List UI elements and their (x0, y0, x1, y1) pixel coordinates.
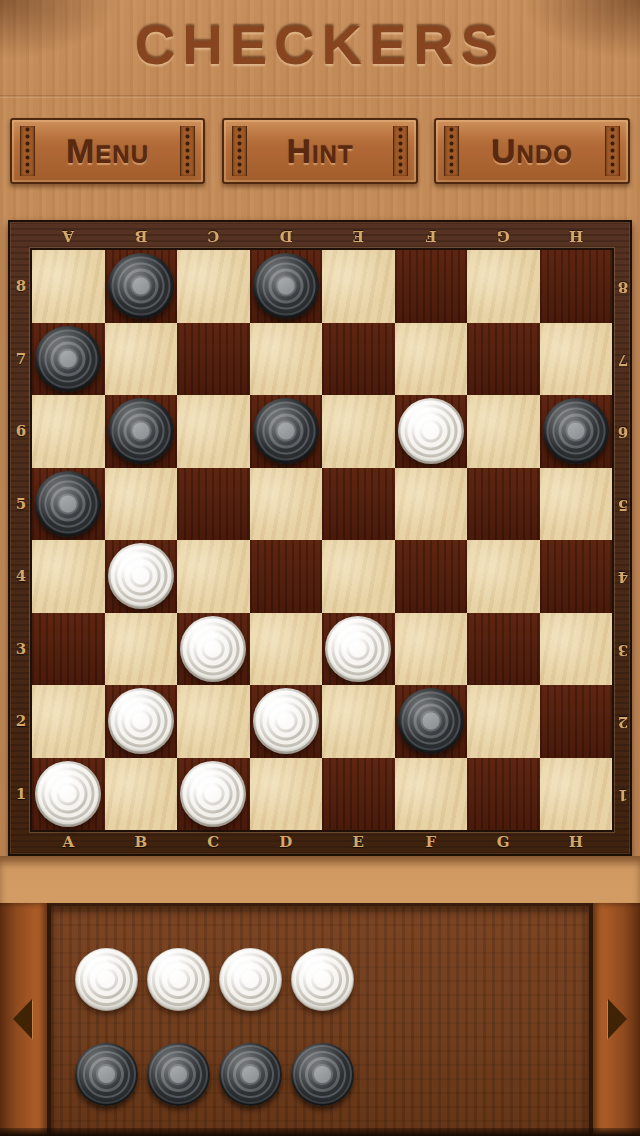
board-grid (30, 248, 614, 832)
square-g2[interactable] (467, 685, 540, 758)
captured-black-piece (147, 1043, 210, 1106)
next-arrow-icon[interactable] (608, 999, 627, 1039)
square-c4[interactable] (177, 540, 250, 613)
shelf-strip (0, 856, 640, 903)
hint-button[interactable]: Hint (222, 118, 418, 184)
checkers-app: CHECKERS Menu Hint Undo AABBCCDDEEFFGGHH… (0, 0, 640, 1136)
square-h5[interactable] (540, 468, 613, 541)
square-b4[interactable] (105, 540, 178, 613)
prev-arrow-icon[interactable] (13, 999, 32, 1039)
rank-label-left-7: 7 (10, 323, 32, 396)
file-label-top-b: B (105, 223, 178, 249)
captured-white-piece (147, 948, 210, 1011)
button-ornament-strip (20, 126, 35, 176)
rank-label-left-6: 6 (10, 395, 32, 468)
square-e6[interactable] (322, 395, 395, 468)
button-ornament-strip (605, 126, 620, 176)
file-label-bottom-c: C (177, 829, 250, 855)
black-man-f2[interactable] (398, 688, 464, 754)
square-f4[interactable] (395, 540, 468, 613)
menu-button[interactable]: Menu (10, 118, 205, 184)
header-divider (0, 95, 640, 98)
undo-button-label: Undo (491, 134, 573, 168)
undo-button[interactable]: Undo (434, 118, 630, 184)
file-label-bottom-f: F (395, 829, 468, 855)
file-label-top-c: C (177, 223, 250, 249)
button-ornament-strip (180, 126, 195, 176)
square-d8[interactable] (250, 250, 323, 323)
rank-label-left-4: 4 (10, 540, 32, 613)
black-man-a7[interactable] (35, 326, 101, 392)
tray-panel (47, 903, 593, 1136)
square-f5[interactable] (395, 468, 468, 541)
file-label-top-d: D (250, 223, 323, 249)
rank-label-left-5: 5 (10, 468, 32, 541)
square-e7[interactable] (322, 323, 395, 396)
black-man-b8[interactable] (108, 253, 174, 319)
square-f6[interactable] (395, 395, 468, 468)
white-man-a1[interactable] (35, 761, 101, 827)
rank-label-right-6: 6 (612, 395, 634, 468)
square-f8[interactable] (395, 250, 468, 323)
rank-label-left-3: 3 (10, 613, 32, 686)
square-h4[interactable] (540, 540, 613, 613)
square-c3[interactable] (177, 613, 250, 686)
square-b8[interactable] (105, 250, 178, 323)
captured-black-piece (75, 1043, 138, 1106)
black-man-b6[interactable] (108, 398, 174, 464)
square-a3[interactable] (32, 613, 105, 686)
square-b5[interactable] (105, 468, 178, 541)
white-man-b2[interactable] (108, 688, 174, 754)
square-a8[interactable] (32, 250, 105, 323)
square-d7[interactable] (250, 323, 323, 396)
square-e5[interactable] (322, 468, 395, 541)
black-man-a5[interactable] (35, 471, 101, 537)
square-g4[interactable] (467, 540, 540, 613)
square-a5[interactable] (32, 468, 105, 541)
square-c6[interactable] (177, 395, 250, 468)
white-man-f6[interactable] (398, 398, 464, 464)
file-label-bottom-d: D (250, 829, 323, 855)
white-man-e3[interactable] (325, 616, 391, 682)
square-e4[interactable] (322, 540, 395, 613)
captured-tray (0, 903, 640, 1136)
file-label-top-e: E (322, 223, 395, 249)
square-h8[interactable] (540, 250, 613, 323)
file-label-top-g: G (467, 223, 540, 249)
rank-label-right-3: 3 (612, 613, 634, 686)
square-d2[interactable] (250, 685, 323, 758)
square-g1[interactable] (467, 758, 540, 831)
square-h2[interactable] (540, 685, 613, 758)
rank-label-right-2: 2 (612, 685, 634, 758)
black-man-h6[interactable] (543, 398, 609, 464)
square-b3[interactable] (105, 613, 178, 686)
button-ornament-strip (444, 126, 459, 176)
square-h1[interactable] (540, 758, 613, 831)
menu-button-label: Menu (66, 134, 149, 168)
square-c2[interactable] (177, 685, 250, 758)
rank-label-left-2: 2 (10, 685, 32, 758)
file-label-bottom-h: H (540, 829, 613, 855)
square-d1[interactable] (250, 758, 323, 831)
white-man-c1[interactable] (180, 761, 246, 827)
file-label-top-f: F (395, 223, 468, 249)
square-f7[interactable] (395, 323, 468, 396)
square-h7[interactable] (540, 323, 613, 396)
square-b1[interactable] (105, 758, 178, 831)
square-d6[interactable] (250, 395, 323, 468)
file-label-bottom-b: B (105, 829, 178, 855)
square-g5[interactable] (467, 468, 540, 541)
captured-white-piece (291, 948, 354, 1011)
square-e1[interactable] (322, 758, 395, 831)
file-label-top-h: H (540, 223, 613, 249)
rank-label-left-8: 8 (10, 250, 32, 323)
captured-black-piece (291, 1043, 354, 1106)
square-f3[interactable] (395, 613, 468, 686)
square-h6[interactable] (540, 395, 613, 468)
square-a1[interactable] (32, 758, 105, 831)
square-f2[interactable] (395, 685, 468, 758)
square-c1[interactable] (177, 758, 250, 831)
rank-label-left-1: 1 (10, 758, 32, 831)
square-a7[interactable] (32, 323, 105, 396)
square-c5[interactable] (177, 468, 250, 541)
file-label-bottom-e: E (322, 829, 395, 855)
button-ornament-strip (393, 126, 408, 176)
square-f1[interactable] (395, 758, 468, 831)
button-ornament-strip (232, 126, 247, 176)
square-g3[interactable] (467, 613, 540, 686)
captured-black-piece (219, 1043, 282, 1106)
square-e2[interactable] (322, 685, 395, 758)
square-e3[interactable] (322, 613, 395, 686)
square-a2[interactable] (32, 685, 105, 758)
square-a6[interactable] (32, 395, 105, 468)
white-man-b4[interactable] (108, 543, 174, 609)
black-man-d6[interactable] (253, 398, 319, 464)
rank-label-right-5: 5 (612, 468, 634, 541)
rank-label-right-1: 1 (612, 758, 634, 831)
file-label-top-a: A (32, 223, 105, 249)
black-man-d8[interactable] (253, 253, 319, 319)
tray-rail-left (0, 903, 47, 1136)
white-man-c3[interactable] (180, 616, 246, 682)
square-g6[interactable] (467, 395, 540, 468)
app-title: CHECKERS (0, 12, 640, 76)
rank-label-right-8: 8 (612, 250, 634, 323)
square-e8[interactable] (322, 250, 395, 323)
rank-label-right-4: 4 (612, 540, 634, 613)
square-c7[interactable] (177, 323, 250, 396)
square-b2[interactable] (105, 685, 178, 758)
captured-white-piece (75, 948, 138, 1011)
square-c8[interactable] (177, 250, 250, 323)
bottom-edge (0, 1128, 640, 1136)
captured-white-piece (219, 948, 282, 1011)
rank-label-right-7: 7 (612, 323, 634, 396)
hint-button-label: Hint (286, 134, 353, 168)
square-h3[interactable] (540, 613, 613, 686)
square-d3[interactable] (250, 613, 323, 686)
square-g8[interactable] (467, 250, 540, 323)
square-d5[interactable] (250, 468, 323, 541)
square-g7[interactable] (467, 323, 540, 396)
square-b7[interactable] (105, 323, 178, 396)
white-man-d2[interactable] (253, 688, 319, 754)
file-label-bottom-a: A (32, 829, 105, 855)
square-b6[interactable] (105, 395, 178, 468)
board: AABBCCDDEEFFGGHH8877665544332211 (8, 220, 632, 856)
square-a4[interactable] (32, 540, 105, 613)
tray-rail-right (593, 903, 640, 1136)
square-d4[interactable] (250, 540, 323, 613)
file-label-bottom-g: G (467, 829, 540, 855)
